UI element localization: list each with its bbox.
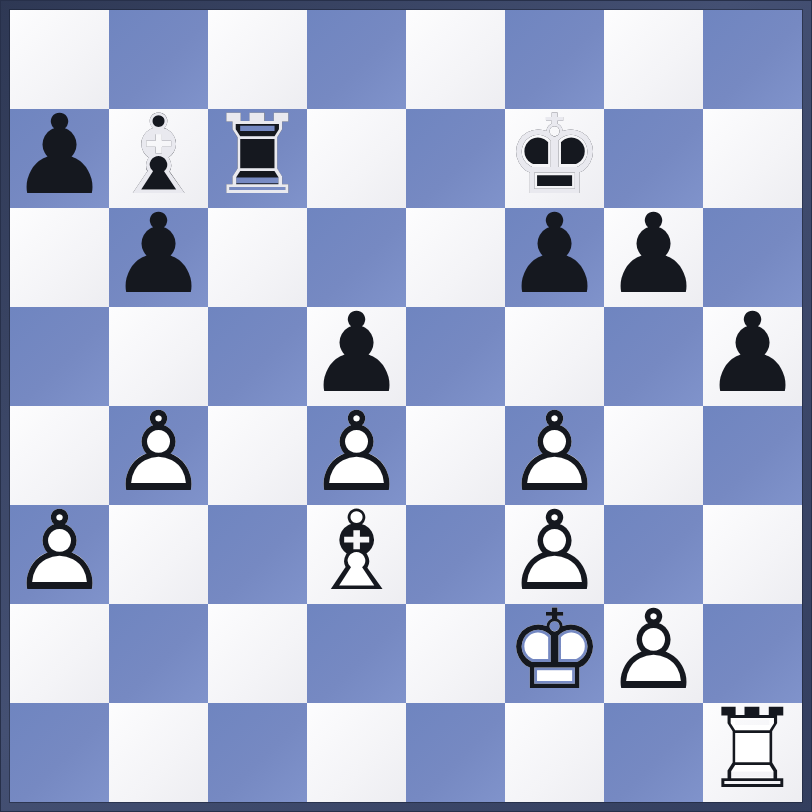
black-pawn-fill-glyph: ♟	[10, 106, 109, 205]
square-h1[interactable]: ♜♖	[703, 703, 802, 802]
piece-black-pawn[interactable]: ♟♙	[604, 208, 703, 307]
square-g5[interactable]	[604, 307, 703, 406]
square-a3[interactable]: ♟♙	[10, 505, 109, 604]
square-c5[interactable]	[208, 307, 307, 406]
square-e6[interactable]	[406, 208, 505, 307]
white-rook-outline-glyph: ♖	[703, 700, 802, 799]
square-e3[interactable]	[406, 505, 505, 604]
square-f2[interactable]: ♚♔	[505, 604, 604, 703]
square-b6[interactable]: ♟♙	[109, 208, 208, 307]
square-d7[interactable]	[307, 109, 406, 208]
square-c4[interactable]	[208, 406, 307, 505]
piece-black-pawn[interactable]: ♟♙	[703, 307, 802, 406]
square-e4[interactable]	[406, 406, 505, 505]
white-pawn-outline-glyph: ♙	[10, 502, 109, 601]
piece-white-bishop[interactable]: ♝♗	[307, 505, 406, 604]
piece-black-pawn[interactable]: ♟♙	[505, 208, 604, 307]
square-b3[interactable]	[109, 505, 208, 604]
square-g1[interactable]	[604, 703, 703, 802]
square-e5[interactable]	[406, 307, 505, 406]
square-b1[interactable]	[109, 703, 208, 802]
square-b4[interactable]: ♟♙	[109, 406, 208, 505]
square-c7[interactable]: ♜♖	[208, 109, 307, 208]
white-bishop-outline-glyph: ♗	[307, 502, 406, 601]
square-d2[interactable]	[307, 604, 406, 703]
square-c6[interactable]	[208, 208, 307, 307]
square-h5[interactable]: ♟♙	[703, 307, 802, 406]
square-g2[interactable]: ♟♙	[604, 604, 703, 703]
black-pawn-fill-glyph: ♟	[505, 205, 604, 304]
square-b2[interactable]	[109, 604, 208, 703]
square-c3[interactable]	[208, 505, 307, 604]
square-c2[interactable]	[208, 604, 307, 703]
square-a7[interactable]: ♟♙	[10, 109, 109, 208]
square-e7[interactable]	[406, 109, 505, 208]
piece-black-rook[interactable]: ♜♖	[208, 109, 307, 208]
square-g8[interactable]	[604, 10, 703, 109]
square-f1[interactable]	[505, 703, 604, 802]
square-a5[interactable]	[10, 307, 109, 406]
black-pawn-fill-glyph: ♟	[604, 205, 703, 304]
black-rook-outline-glyph: ♖	[208, 106, 307, 205]
square-d3[interactable]: ♝♗	[307, 505, 406, 604]
square-a2[interactable]	[10, 604, 109, 703]
square-h3[interactable]	[703, 505, 802, 604]
square-e8[interactable]	[406, 10, 505, 109]
square-g4[interactable]	[604, 406, 703, 505]
square-e2[interactable]	[406, 604, 505, 703]
square-h8[interactable]	[703, 10, 802, 109]
black-pawn-fill-glyph: ♟	[703, 304, 802, 403]
square-f6[interactable]: ♟♙	[505, 208, 604, 307]
white-pawn-outline-glyph: ♙	[109, 403, 208, 502]
white-king-outline-glyph: ♔	[505, 601, 604, 700]
square-e1[interactable]	[406, 703, 505, 802]
square-c1[interactable]	[208, 703, 307, 802]
square-g6[interactable]: ♟♙	[604, 208, 703, 307]
square-a6[interactable]	[10, 208, 109, 307]
piece-white-pawn[interactable]: ♟♙	[10, 505, 109, 604]
piece-white-pawn[interactable]: ♟♙	[109, 406, 208, 505]
piece-white-king[interactable]: ♚♔	[505, 604, 604, 703]
square-d8[interactable]	[307, 10, 406, 109]
piece-black-pawn[interactable]: ♟♙	[10, 109, 109, 208]
black-pawn-fill-glyph: ♟	[109, 205, 208, 304]
chess-board-frame: ♟♙♝♗♜♖♚♔♟♙♟♙♟♙♟♙♟♙♟♙♟♙♟♙♟♙♝♗♟♙♚♔♟♙♜♖	[0, 0, 812, 812]
square-h7[interactable]	[703, 109, 802, 208]
piece-black-pawn[interactable]: ♟♙	[109, 208, 208, 307]
square-h4[interactable]	[703, 406, 802, 505]
square-d1[interactable]	[307, 703, 406, 802]
piece-white-pawn[interactable]: ♟♙	[604, 604, 703, 703]
chess-board: ♟♙♝♗♜♖♚♔♟♙♟♙♟♙♟♙♟♙♟♙♟♙♟♙♟♙♝♗♟♙♚♔♟♙♜♖	[10, 10, 802, 802]
piece-white-rook[interactable]: ♜♖	[703, 703, 802, 802]
square-a1[interactable]	[10, 703, 109, 802]
white-pawn-outline-glyph: ♙	[604, 601, 703, 700]
